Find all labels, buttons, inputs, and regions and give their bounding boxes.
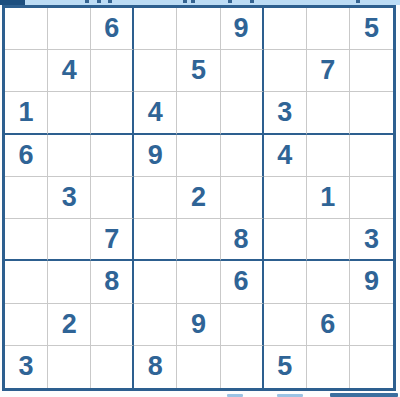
given-digit: 2 xyxy=(62,311,77,338)
cropped-glyph-mark xyxy=(191,0,195,3)
cropped-bottom-strip xyxy=(0,391,400,397)
given-digit: 4 xyxy=(62,57,77,84)
given-digit: 6 xyxy=(19,142,34,169)
sudoku-cell-r6c7[interactable] xyxy=(264,219,307,261)
given-digit: 9 xyxy=(364,268,379,295)
sudoku-cell-r1c5[interactable] xyxy=(177,8,220,50)
given-digit: 3 xyxy=(364,226,379,253)
sudoku-cell-r5c9[interactable] xyxy=(350,177,393,219)
given-digit: 5 xyxy=(277,353,292,380)
cropped-glyph-mark xyxy=(85,0,89,3)
sudoku-cell-r2c3[interactable] xyxy=(91,50,134,92)
given-digit: 3 xyxy=(277,99,292,126)
sudoku-cell-r4c7[interactable]: 4 xyxy=(264,135,307,177)
sudoku-cell-r3c1[interactable]: 1 xyxy=(5,92,48,134)
sudoku-cell-r1c7[interactable] xyxy=(264,8,307,50)
given-digit: 6 xyxy=(320,311,335,338)
given-digit: 9 xyxy=(234,15,249,42)
sudoku-cell-r2c2[interactable]: 4 xyxy=(48,50,91,92)
sudoku-cell-r8c8[interactable]: 6 xyxy=(307,304,350,346)
given-digit: 7 xyxy=(104,226,119,253)
sudoku-cell-r9c4[interactable]: 8 xyxy=(134,346,177,388)
sudoku-cell-r2c1[interactable] xyxy=(5,50,48,92)
sudoku-cell-r1c6[interactable]: 9 xyxy=(221,8,264,50)
sudoku-cell-r1c8[interactable] xyxy=(307,8,350,50)
sudoku-cell-r1c2[interactable] xyxy=(48,8,91,50)
sudoku-cell-r7c9[interactable]: 9 xyxy=(350,261,393,303)
given-digit: 4 xyxy=(277,142,292,169)
sudoku-cell-r8c7[interactable] xyxy=(264,304,307,346)
sudoku-cell-r8c4[interactable] xyxy=(134,304,177,346)
cropped-glyph-mark xyxy=(250,0,254,3)
sudoku-cell-r1c4[interactable] xyxy=(134,8,177,50)
given-digit: 3 xyxy=(62,184,77,211)
sudoku-cell-r1c9[interactable]: 5 xyxy=(350,8,393,50)
sudoku-cell-r6c5[interactable] xyxy=(177,219,220,261)
sudoku-cell-r5c4[interactable] xyxy=(134,177,177,219)
sudoku-cell-r9c1[interactable]: 3 xyxy=(5,346,48,388)
sudoku-cell-r9c2[interactable] xyxy=(48,346,91,388)
sudoku-cell-r4c2[interactable] xyxy=(48,135,91,177)
sudoku-cell-r8c5[interactable]: 9 xyxy=(177,304,220,346)
sudoku-cell-r8c3[interactable] xyxy=(91,304,134,346)
sudoku-cell-r8c1[interactable] xyxy=(5,304,48,346)
sudoku-cell-r4c5[interactable] xyxy=(177,135,220,177)
sudoku-cell-r6c8[interactable] xyxy=(307,219,350,261)
sudoku-cell-r2c9[interactable] xyxy=(350,50,393,92)
given-digit: 2 xyxy=(191,184,206,211)
sudoku-cell-r4c8[interactable] xyxy=(307,135,350,177)
sudoku-cell-r3c2[interactable] xyxy=(48,92,91,134)
sudoku-cell-r5c8[interactable]: 1 xyxy=(307,177,350,219)
given-digit: 5 xyxy=(364,15,379,42)
sudoku-cell-r3c6[interactable] xyxy=(221,92,264,134)
sudoku-cell-r3c4[interactable]: 4 xyxy=(134,92,177,134)
sudoku-cell-r8c6[interactable] xyxy=(221,304,264,346)
sudoku-cell-r4c9[interactable] xyxy=(350,135,393,177)
cropped-glyph-mark xyxy=(183,0,187,3)
sudoku-cell-r2c7[interactable] xyxy=(264,50,307,92)
given-digit: 7 xyxy=(320,57,335,84)
given-digit: 9 xyxy=(148,142,163,169)
sudoku-cell-r1c3[interactable]: 6 xyxy=(91,8,134,50)
sudoku-cell-r3c5[interactable] xyxy=(177,92,220,134)
sudoku-cell-r6c2[interactable] xyxy=(48,219,91,261)
sudoku-cell-r5c5[interactable]: 2 xyxy=(177,177,220,219)
given-digit: 4 xyxy=(148,99,163,126)
sudoku-cell-r5c1[interactable] xyxy=(5,177,48,219)
cropped-glyph-mark xyxy=(108,0,112,3)
sudoku-cell-r7c6[interactable]: 6 xyxy=(221,261,264,303)
sudoku-cell-r4c4[interactable]: 9 xyxy=(134,135,177,177)
cropped-glyph-mark xyxy=(97,0,101,3)
cropped-smudge xyxy=(330,393,398,397)
sudoku-cell-r6c3[interactable]: 7 xyxy=(91,219,134,261)
sudoku-cell-r9c3[interactable] xyxy=(91,346,134,388)
given-digit: 8 xyxy=(104,268,119,295)
sudoku-cell-r9c6[interactable] xyxy=(221,346,264,388)
given-digit: 9 xyxy=(191,311,206,338)
cropped-glyph-mark xyxy=(228,0,232,3)
given-digit: 5 xyxy=(191,57,206,84)
sudoku-board: 695457143694321783869296385 xyxy=(2,5,396,391)
sudoku-cell-r7c7[interactable] xyxy=(264,261,307,303)
sudoku-cell-r6c6[interactable]: 8 xyxy=(221,219,264,261)
sudoku-cell-r2c4[interactable] xyxy=(134,50,177,92)
cropped-glyph-mark xyxy=(356,0,360,3)
sudoku-cell-r1c1[interactable] xyxy=(5,8,48,50)
sudoku-cell-r8c9[interactable] xyxy=(350,304,393,346)
sudoku-cell-r9c7[interactable]: 5 xyxy=(264,346,307,388)
given-digit: 8 xyxy=(234,226,249,253)
sudoku-cell-r7c5[interactable] xyxy=(177,261,220,303)
sudoku-cell-r5c7[interactable] xyxy=(264,177,307,219)
given-digit: 3 xyxy=(19,353,34,380)
sudoku-cell-r7c4[interactable] xyxy=(134,261,177,303)
sudoku-cell-r2c5[interactable]: 5 xyxy=(177,50,220,92)
sudoku-cell-r5c3[interactable] xyxy=(91,177,134,219)
sudoku-cell-r8c2[interactable]: 2 xyxy=(48,304,91,346)
sudoku-cell-r6c9[interactable]: 3 xyxy=(350,219,393,261)
sudoku-cell-r9c9[interactable] xyxy=(350,346,393,388)
given-digit: 8 xyxy=(148,353,163,380)
sudoku-cell-r5c2[interactable]: 3 xyxy=(48,177,91,219)
sudoku-cell-r6c4[interactable] xyxy=(134,219,177,261)
given-digit: 6 xyxy=(104,15,119,42)
sudoku-cell-r5c6[interactable] xyxy=(221,177,264,219)
sudoku-cell-r4c3[interactable] xyxy=(91,135,134,177)
sudoku-cell-r4c6[interactable] xyxy=(221,135,264,177)
sudoku-cell-r4c1[interactable]: 6 xyxy=(5,135,48,177)
sudoku-cell-r3c7[interactable]: 3 xyxy=(264,92,307,134)
sudoku-cell-r7c2[interactable] xyxy=(48,261,91,303)
sudoku-cell-r7c1[interactable] xyxy=(5,261,48,303)
sudoku-cell-r7c8[interactable] xyxy=(307,261,350,303)
given-digit: 1 xyxy=(19,99,34,126)
sudoku-cell-r3c8[interactable] xyxy=(307,92,350,134)
sudoku-cell-r9c8[interactable] xyxy=(307,346,350,388)
given-digit: 6 xyxy=(234,268,249,295)
sudoku-cell-r2c6[interactable] xyxy=(221,50,264,92)
sudoku-cell-r6c1[interactable] xyxy=(5,219,48,261)
sudoku-cell-r9c5[interactable] xyxy=(177,346,220,388)
sudoku-cell-r2c8[interactable]: 7 xyxy=(307,50,350,92)
sudoku-cell-r3c9[interactable] xyxy=(350,92,393,134)
sudoku-cell-r7c3[interactable]: 8 xyxy=(91,261,134,303)
given-digit: 1 xyxy=(320,184,335,211)
sudoku-cell-r3c3[interactable] xyxy=(91,92,134,134)
